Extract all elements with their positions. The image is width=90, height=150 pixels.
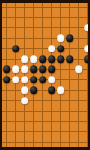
black-stone bbox=[30, 86, 38, 94]
black-stone bbox=[66, 55, 74, 63]
white-stone bbox=[21, 66, 29, 74]
black-stone bbox=[57, 55, 65, 63]
game-window bbox=[0, 0, 90, 150]
white-stone bbox=[30, 55, 38, 63]
white-stone bbox=[75, 66, 83, 74]
white-stone bbox=[57, 86, 65, 94]
white-stone bbox=[12, 76, 20, 84]
black-stone bbox=[57, 45, 65, 53]
black-stone bbox=[48, 66, 56, 74]
white-stone bbox=[21, 55, 29, 63]
black-stone bbox=[39, 55, 47, 63]
white-stone bbox=[12, 66, 20, 74]
black-stone bbox=[30, 66, 38, 74]
board-border-left bbox=[0, 0, 2, 150]
black-stone bbox=[3, 66, 11, 74]
board-border-right bbox=[88, 0, 90, 150]
black-stone bbox=[12, 45, 20, 53]
black-stone bbox=[48, 55, 56, 63]
black-stone bbox=[30, 76, 38, 84]
board-border-bottom bbox=[0, 147, 90, 150]
white-stone bbox=[48, 76, 56, 84]
white-stone bbox=[48, 45, 56, 53]
white-stone bbox=[21, 76, 29, 84]
white-stone bbox=[21, 97, 29, 105]
board-border-top bbox=[0, 0, 90, 3]
black-stone bbox=[66, 34, 74, 42]
white-stone bbox=[21, 86, 29, 94]
game-board[interactable] bbox=[0, 0, 90, 150]
black-stone bbox=[39, 76, 47, 84]
white-stone bbox=[57, 34, 65, 42]
black-stone bbox=[39, 66, 47, 74]
black-stone bbox=[3, 76, 11, 84]
black-stone bbox=[48, 86, 56, 94]
